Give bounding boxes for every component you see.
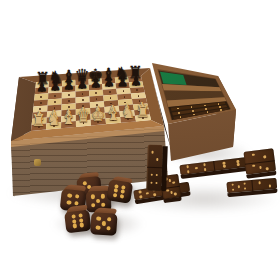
pip — [156, 174, 158, 176]
pip — [75, 194, 80, 199]
pip — [101, 221, 106, 226]
standing-domino[interactable] — [146, 145, 168, 192]
domino-divider — [213, 161, 215, 171]
pip — [107, 217, 112, 222]
pip — [101, 194, 105, 198]
pip — [91, 194, 95, 198]
pip — [187, 170, 190, 173]
pip — [237, 185, 240, 188]
pip — [106, 226, 111, 231]
wooden-die[interactable] — [106, 175, 134, 204]
pip — [237, 163, 240, 166]
domino-divider — [251, 180, 253, 191]
pip — [96, 199, 100, 203]
pip — [268, 184, 271, 187]
pip — [151, 151, 153, 153]
pip — [186, 166, 189, 169]
pip — [72, 223, 77, 228]
die-front-face — [90, 212, 117, 236]
die-front-face — [106, 180, 133, 204]
domino-tile[interactable] — [179, 157, 248, 179]
pip — [259, 166, 262, 169]
pip — [139, 195, 142, 198]
pip — [264, 156, 267, 159]
pip — [67, 194, 72, 199]
wooden-die[interactable] — [90, 207, 118, 236]
pip — [67, 200, 72, 205]
pip — [266, 167, 269, 170]
domino-divider — [147, 167, 162, 169]
pip — [156, 158, 158, 160]
pip — [204, 168, 207, 171]
domino-tile[interactable] — [226, 178, 277, 197]
pip — [174, 193, 177, 196]
pip — [252, 164, 255, 167]
pip — [96, 225, 101, 230]
pip — [155, 182, 157, 184]
die-front-face — [64, 209, 91, 233]
pip — [96, 216, 101, 221]
pip — [170, 191, 173, 194]
domino-divider — [245, 160, 275, 165]
pip — [243, 182, 246, 185]
pip — [153, 193, 156, 196]
pip — [172, 181, 175, 184]
pip — [150, 182, 152, 184]
pip — [258, 182, 261, 185]
pip — [120, 194, 125, 199]
pip — [168, 179, 171, 182]
pip — [78, 213, 83, 218]
pip — [166, 189, 169, 192]
pip — [71, 214, 76, 219]
pip — [146, 192, 149, 195]
pip — [203, 163, 206, 166]
pip — [195, 167, 198, 170]
pip — [113, 193, 118, 198]
dominoes-and-dice — [0, 0, 280, 280]
pip — [223, 165, 226, 168]
pip — [101, 203, 105, 207]
pip — [244, 187, 247, 190]
pip — [252, 153, 255, 156]
pip — [139, 191, 142, 194]
pip — [150, 174, 152, 176]
wooden-die[interactable] — [63, 205, 91, 234]
domino-tile[interactable] — [243, 148, 276, 178]
pip — [231, 183, 234, 186]
wooden-game-box-photo: ♜♞♝♛♚♝♞♜♟♟♟♟♟♟♟♟♟♟♟♟♟♟♟♟♜♞♝♛♚♝♞♜ — [0, 0, 280, 280]
pip — [79, 223, 84, 228]
domino-face — [146, 145, 163, 191]
pip — [232, 188, 235, 191]
